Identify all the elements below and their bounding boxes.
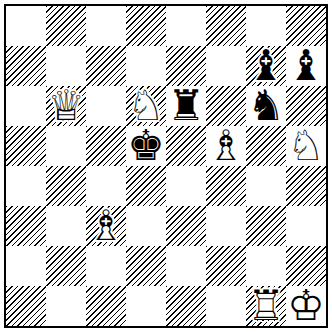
square-c1[interactable] bbox=[86, 286, 126, 326]
square-d1[interactable] bbox=[126, 286, 166, 326]
square-g8[interactable] bbox=[246, 6, 286, 46]
white-bishop-halo: ♝ bbox=[206, 126, 246, 166]
black-bishop-halo: ♝ bbox=[286, 46, 326, 86]
square-e1[interactable] bbox=[166, 286, 206, 326]
square-d6[interactable]: ♞♘ bbox=[126, 86, 166, 126]
square-a8[interactable] bbox=[6, 6, 46, 46]
square-b7[interactable] bbox=[46, 46, 86, 86]
square-f3[interactable] bbox=[206, 206, 246, 246]
black-king: ♚ bbox=[126, 126, 166, 166]
square-b1[interactable] bbox=[46, 286, 86, 326]
white-queen: ♕ bbox=[46, 86, 86, 126]
white-king-halo: ♚ bbox=[286, 286, 326, 326]
white-queen-halo: ♛ bbox=[46, 86, 86, 126]
chess-board-frame: ♝♝♝♝♛♕♞♘♜♜♞♞♚♚♝♗♞♘♝♗♜♖♚♔ bbox=[4, 4, 328, 328]
square-e2[interactable] bbox=[166, 246, 206, 286]
black-rook: ♜ bbox=[166, 86, 206, 126]
square-h1[interactable]: ♚♔ bbox=[286, 286, 326, 326]
square-c8[interactable] bbox=[86, 6, 126, 46]
square-g1[interactable]: ♜♖ bbox=[246, 286, 286, 326]
square-e6[interactable]: ♜♜ bbox=[166, 86, 206, 126]
square-g5[interactable] bbox=[246, 126, 286, 166]
square-d4[interactable] bbox=[126, 166, 166, 206]
square-g3[interactable] bbox=[246, 206, 286, 246]
square-b3[interactable] bbox=[46, 206, 86, 246]
square-c7[interactable] bbox=[86, 46, 126, 86]
square-e3[interactable] bbox=[166, 206, 206, 246]
square-f2[interactable] bbox=[206, 246, 246, 286]
white-knight: ♘ bbox=[286, 126, 326, 166]
square-d7[interactable] bbox=[126, 46, 166, 86]
square-a4[interactable] bbox=[6, 166, 46, 206]
white-rook-halo: ♜ bbox=[246, 286, 286, 326]
square-d5[interactable]: ♚♚ bbox=[126, 126, 166, 166]
square-c3[interactable]: ♝♗ bbox=[86, 206, 126, 246]
white-knight-halo: ♞ bbox=[286, 126, 326, 166]
square-b4[interactable] bbox=[46, 166, 86, 206]
square-a1[interactable] bbox=[6, 286, 46, 326]
square-a3[interactable] bbox=[6, 206, 46, 246]
black-knight: ♞ bbox=[246, 86, 286, 126]
square-g6[interactable]: ♞♞ bbox=[246, 86, 286, 126]
square-h6[interactable] bbox=[286, 86, 326, 126]
black-king-halo: ♚ bbox=[126, 126, 166, 166]
square-a7[interactable] bbox=[6, 46, 46, 86]
black-bishop: ♝ bbox=[286, 46, 326, 86]
square-h8[interactable] bbox=[286, 6, 326, 46]
square-d2[interactable] bbox=[126, 246, 166, 286]
white-rook: ♖ bbox=[246, 286, 286, 326]
square-d3[interactable] bbox=[126, 206, 166, 246]
square-c6[interactable] bbox=[86, 86, 126, 126]
square-f4[interactable] bbox=[206, 166, 246, 206]
white-bishop-halo: ♝ bbox=[86, 206, 126, 246]
square-g2[interactable] bbox=[246, 246, 286, 286]
square-h2[interactable] bbox=[286, 246, 326, 286]
square-c4[interactable] bbox=[86, 166, 126, 206]
square-f5[interactable]: ♝♗ bbox=[206, 126, 246, 166]
white-king: ♔ bbox=[286, 286, 326, 326]
square-c5[interactable] bbox=[86, 126, 126, 166]
square-f7[interactable] bbox=[206, 46, 246, 86]
square-a2[interactable] bbox=[6, 246, 46, 286]
black-bishop: ♝ bbox=[246, 46, 286, 86]
square-h7[interactable]: ♝♝ bbox=[286, 46, 326, 86]
black-bishop-halo: ♝ bbox=[246, 46, 286, 86]
square-f1[interactable] bbox=[206, 286, 246, 326]
white-bishop: ♗ bbox=[206, 126, 246, 166]
square-b8[interactable] bbox=[46, 6, 86, 46]
square-b5[interactable] bbox=[46, 126, 86, 166]
white-bishop: ♗ bbox=[86, 206, 126, 246]
square-b2[interactable] bbox=[46, 246, 86, 286]
white-knight: ♘ bbox=[126, 86, 166, 126]
square-d8[interactable] bbox=[126, 6, 166, 46]
square-h4[interactable] bbox=[286, 166, 326, 206]
square-b6[interactable]: ♛♕ bbox=[46, 86, 86, 126]
white-knight-halo: ♞ bbox=[126, 86, 166, 126]
square-e8[interactable] bbox=[166, 6, 206, 46]
square-a6[interactable] bbox=[6, 86, 46, 126]
square-e5[interactable] bbox=[166, 126, 206, 166]
square-e7[interactable] bbox=[166, 46, 206, 86]
square-g4[interactable] bbox=[246, 166, 286, 206]
square-f6[interactable] bbox=[206, 86, 246, 126]
square-a5[interactable] bbox=[6, 126, 46, 166]
square-g7[interactable]: ♝♝ bbox=[246, 46, 286, 86]
square-f8[interactable] bbox=[206, 6, 246, 46]
square-h3[interactable] bbox=[286, 206, 326, 246]
black-knight-halo: ♞ bbox=[246, 86, 286, 126]
black-rook-halo: ♜ bbox=[166, 86, 206, 126]
square-c2[interactable] bbox=[86, 246, 126, 286]
chess-board: ♝♝♝♝♛♕♞♘♜♜♞♞♚♚♝♗♞♘♝♗♜♖♚♔ bbox=[6, 6, 326, 326]
square-h5[interactable]: ♞♘ bbox=[286, 126, 326, 166]
square-e4[interactable] bbox=[166, 166, 206, 206]
